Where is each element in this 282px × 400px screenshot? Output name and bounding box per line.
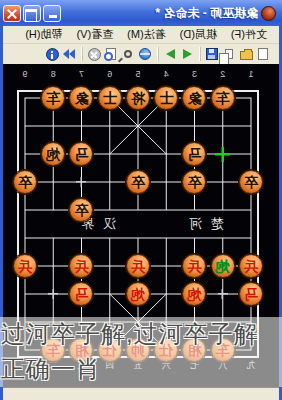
- file-label-top-1: 1: [243, 69, 259, 79]
- menu-item-5[interactable]: 帮助(H): [18, 26, 69, 43]
- point-marker: [48, 289, 58, 299]
- status-bar: [0, 387, 282, 400]
- app-window: 象棋巫师 - 未命名 * 文件(F)棋局(D)着法(M)查看(V)帮助(H): [0, 0, 282, 400]
- back-icon: [183, 49, 192, 59]
- piece-black-卒-f1r3[interactable]: 卒: [239, 170, 263, 194]
- file-label-top-3: 3: [187, 69, 203, 79]
- piece-red-马-f1r7[interactable]: 马: [239, 282, 263, 306]
- back-button[interactable]: [179, 45, 196, 63]
- file-label-top-6: 6: [102, 69, 118, 79]
- toolbar-separator: [157, 47, 159, 61]
- point-marker: [77, 177, 87, 187]
- menu-bar: 文件(F)棋局(D)着法(M)查看(V)帮助(H): [0, 26, 282, 44]
- save-icon: [207, 48, 219, 60]
- maximize-button[interactable]: [23, 5, 41, 22]
- piece-black-将-f5r0[interactable]: 将: [126, 86, 150, 110]
- menu-item-1[interactable]: 文件(F): [224, 26, 274, 43]
- file-label-top-9: 9: [17, 69, 33, 79]
- forward-icon: [166, 49, 175, 59]
- about-icon: [46, 48, 59, 61]
- file-label-top-8: 8: [45, 69, 61, 79]
- window-controls: [3, 5, 61, 22]
- river-label-left: 楚河: [160, 215, 244, 233]
- piece-black-士-f6r0[interactable]: 士: [98, 86, 122, 110]
- preview-button[interactable]: [103, 45, 120, 63]
- toolbar-separator: [81, 47, 83, 61]
- file-label-top-4: 4: [158, 69, 174, 79]
- caption-line-2: 正确一肖: [1, 353, 101, 385]
- minimize-button[interactable]: [43, 5, 61, 22]
- web-icon: [140, 48, 152, 60]
- menu-item-4[interactable]: 查看(V): [70, 26, 121, 43]
- toolbar-separator: [199, 47, 201, 61]
- window-title: 象棋巫师 - 未命名 *: [61, 5, 258, 22]
- close-button[interactable]: [3, 5, 21, 22]
- about-button[interactable]: [44, 45, 61, 63]
- piece-red-兵-f1r6[interactable]: 兵: [239, 254, 263, 278]
- stop-icon: [88, 48, 101, 61]
- piece-red-兵-f9r6[interactable]: 兵: [13, 254, 37, 278]
- piece-black-车-f2r0[interactable]: 车: [211, 86, 235, 110]
- search-icon: [125, 50, 133, 58]
- forward-button[interactable]: [162, 45, 179, 63]
- caption-line-1: 过河卒子解,过河卒子解: [1, 318, 259, 350]
- file-label-top-2: 2: [215, 69, 231, 79]
- title-bar: 象棋巫师 - 未命名 *: [0, 0, 282, 26]
- save-button[interactable]: [204, 45, 221, 63]
- menu-item-3[interactable]: 着法(M): [120, 26, 173, 43]
- piece-red-兵-f5r6[interactable]: 兵: [126, 254, 150, 278]
- point-marker: [218, 289, 228, 299]
- demo-icon: [64, 49, 76, 59]
- menu-item-2[interactable]: 棋局(D): [173, 26, 224, 43]
- last-move-origin-marker: [215, 147, 230, 162]
- caption-overlay: 过河卒子解,过河卒子解 正确一肖: [0, 317, 282, 387]
- open-button[interactable]: [238, 45, 255, 63]
- preview-icon: [107, 48, 117, 60]
- app-icon: [261, 6, 276, 21]
- new-button[interactable]: [255, 45, 272, 63]
- piece-black-卒-f5r3[interactable]: 卒: [126, 170, 150, 194]
- stop-button[interactable]: [86, 45, 103, 63]
- piece-black-卒-f9r3[interactable]: 卒: [13, 170, 37, 194]
- copy-button[interactable]: [221, 45, 238, 63]
- file-label-top-7: 7: [74, 69, 90, 79]
- new-icon: [259, 48, 269, 60]
- file-label-top-5: 5: [130, 69, 146, 79]
- demo-button[interactable]: [61, 45, 78, 63]
- toolbar: [0, 44, 282, 64]
- piece-red-炮-f5r7[interactable]: 炮: [126, 282, 150, 306]
- search-button[interactable]: [120, 45, 137, 63]
- river-label-right: 汉界: [52, 215, 136, 233]
- web-button[interactable]: [137, 45, 154, 63]
- piece-black-炮-f2r6[interactable]: 炮: [211, 254, 235, 278]
- open-icon: [240, 51, 253, 60]
- copy-icon: [226, 49, 234, 59]
